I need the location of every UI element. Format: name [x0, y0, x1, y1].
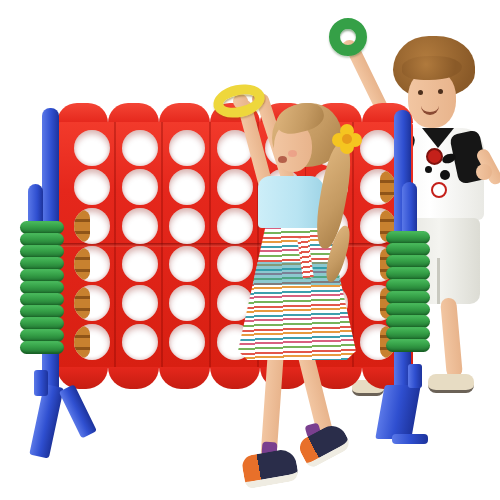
flower-center: [342, 134, 352, 144]
girl-sneaker-left: [241, 448, 300, 490]
girl-tee: [258, 176, 324, 228]
girl-mouth: [278, 156, 287, 163]
girl-figure: [0, 0, 500, 500]
girl-hair-flower: [332, 124, 362, 154]
product-photo-stage: [0, 0, 500, 500]
yellow-ring-held: [210, 80, 268, 122]
girl-blush: [288, 150, 297, 157]
